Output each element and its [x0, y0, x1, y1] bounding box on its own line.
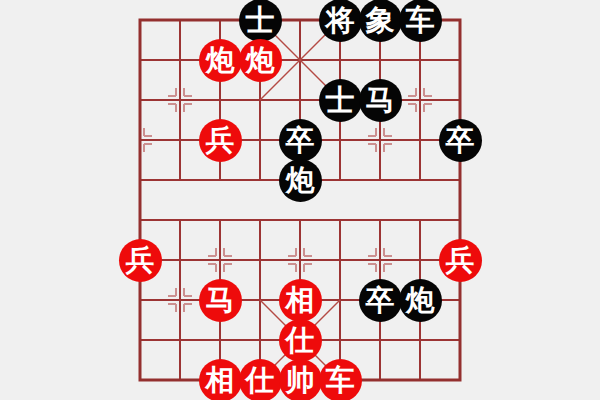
point-7-5[interactable] — [400, 200, 440, 240]
point-3-9[interactable]: 仕 — [240, 360, 280, 400]
point-2-8[interactable] — [200, 320, 240, 360]
point-3-8[interactable] — [240, 320, 280, 360]
point-1-7[interactable] — [160, 280, 200, 320]
point-1-9[interactable] — [160, 360, 200, 400]
point-8-1[interactable] — [440, 40, 480, 80]
point-4-9[interactable]: 帅 — [280, 360, 320, 400]
point-0-9[interactable] — [120, 360, 160, 400]
point-1-0[interactable] — [160, 0, 200, 40]
point-4-8[interactable]: 仕 — [280, 320, 320, 360]
red-elephant[interactable]: 相 — [199, 359, 242, 400]
point-6-8[interactable] — [360, 320, 400, 360]
point-3-2[interactable] — [240, 80, 280, 120]
black-elephant[interactable]: 象 — [359, 0, 402, 42]
point-6-1[interactable] — [360, 40, 400, 80]
point-7-2[interactable] — [400, 80, 440, 120]
point-6-5[interactable] — [360, 200, 400, 240]
point-8-4[interactable] — [440, 160, 480, 200]
red-advisor[interactable]: 仕 — [239, 359, 282, 400]
red-soldier[interactable]: 兵 — [199, 119, 242, 162]
black-horse[interactable]: 马 — [359, 79, 402, 122]
point-7-1[interactable] — [400, 40, 440, 80]
point-8-9[interactable] — [440, 360, 480, 400]
point-2-0[interactable] — [200, 0, 240, 40]
point-3-1[interactable]: 炮 — [240, 40, 280, 80]
red-general[interactable]: 帅 — [279, 359, 322, 400]
point-8-0[interactable] — [440, 0, 480, 40]
point-7-3[interactable] — [400, 120, 440, 160]
point-5-4[interactable] — [320, 160, 360, 200]
point-7-4[interactable] — [400, 160, 440, 200]
black-cannon[interactable]: 炮 — [399, 279, 442, 322]
black-soldier[interactable]: 卒 — [359, 279, 402, 322]
point-7-8[interactable] — [400, 320, 440, 360]
point-1-3[interactable] — [160, 120, 200, 160]
point-1-1[interactable] — [160, 40, 200, 80]
red-advisor[interactable]: 仕 — [279, 319, 322, 362]
point-5-6[interactable] — [320, 240, 360, 280]
point-5-9[interactable]: 车 — [320, 360, 360, 400]
point-5-3[interactable] — [320, 120, 360, 160]
point-8-5[interactable] — [440, 200, 480, 240]
point-5-1[interactable] — [320, 40, 360, 80]
point-8-8[interactable] — [440, 320, 480, 360]
point-8-7[interactable] — [440, 280, 480, 320]
point-3-4[interactable] — [240, 160, 280, 200]
point-1-8[interactable] — [160, 320, 200, 360]
point-8-3[interactable]: 卒 — [440, 120, 480, 160]
black-soldier[interactable]: 卒 — [279, 119, 322, 162]
black-cannon[interactable]: 炮 — [279, 159, 322, 202]
red-soldier[interactable]: 兵 — [439, 239, 482, 282]
point-4-1[interactable] — [280, 40, 320, 80]
point-6-6[interactable] — [360, 240, 400, 280]
point-3-6[interactable] — [240, 240, 280, 280]
red-soldier[interactable]: 兵 — [119, 239, 162, 282]
point-3-3[interactable] — [240, 120, 280, 160]
point-0-3[interactable] — [120, 120, 160, 160]
black-advisor[interactable]: 士 — [319, 79, 362, 122]
point-5-0[interactable]: 将 — [320, 0, 360, 40]
point-4-6[interactable] — [280, 240, 320, 280]
point-4-2[interactable] — [280, 80, 320, 120]
board-intersections: 士将象车炮炮士马兵卒卒炮兵兵马相卒炮仕相仕帅车 — [120, 0, 480, 400]
point-2-7[interactable]: 马 — [200, 280, 240, 320]
point-0-2[interactable] — [120, 80, 160, 120]
point-5-5[interactable] — [320, 200, 360, 240]
point-6-4[interactable] — [360, 160, 400, 200]
point-1-5[interactable] — [160, 200, 200, 240]
point-1-6[interactable] — [160, 240, 200, 280]
point-5-7[interactable] — [320, 280, 360, 320]
point-8-2[interactable] — [440, 80, 480, 120]
point-7-9[interactable] — [400, 360, 440, 400]
point-3-7[interactable] — [240, 280, 280, 320]
red-horse[interactable]: 马 — [199, 279, 242, 322]
black-advisor[interactable]: 士 — [239, 0, 282, 42]
point-2-2[interactable] — [200, 80, 240, 120]
black-general[interactable]: 将 — [319, 0, 362, 42]
point-6-3[interactable] — [360, 120, 400, 160]
red-cannon[interactable]: 炮 — [199, 39, 242, 82]
point-2-3[interactable]: 兵 — [200, 120, 240, 160]
point-0-8[interactable] — [120, 320, 160, 360]
point-4-4[interactable]: 炮 — [280, 160, 320, 200]
point-4-7[interactable]: 相 — [280, 280, 320, 320]
point-7-7[interactable]: 炮 — [400, 280, 440, 320]
point-2-6[interactable] — [200, 240, 240, 280]
point-0-6[interactable]: 兵 — [120, 240, 160, 280]
point-6-9[interactable] — [360, 360, 400, 400]
red-chariot[interactable]: 车 — [319, 359, 362, 400]
point-5-2[interactable]: 士 — [320, 80, 360, 120]
point-3-0[interactable]: 士 — [240, 0, 280, 40]
point-0-4[interactable] — [120, 160, 160, 200]
point-5-8[interactable] — [320, 320, 360, 360]
black-chariot[interactable]: 车 — [399, 0, 442, 42]
point-6-0[interactable]: 象 — [360, 0, 400, 40]
point-3-5[interactable] — [240, 200, 280, 240]
point-2-5[interactable] — [200, 200, 240, 240]
point-0-5[interactable] — [120, 200, 160, 240]
point-1-2[interactable] — [160, 80, 200, 120]
point-8-6[interactable]: 兵 — [440, 240, 480, 280]
red-elephant[interactable]: 相 — [279, 279, 322, 322]
point-2-4[interactable] — [200, 160, 240, 200]
point-6-2[interactable]: 马 — [360, 80, 400, 120]
black-soldier[interactable]: 卒 — [439, 119, 482, 162]
point-2-1[interactable]: 炮 — [200, 40, 240, 80]
point-0-7[interactable] — [120, 280, 160, 320]
point-4-0[interactable] — [280, 0, 320, 40]
point-0-1[interactable] — [120, 40, 160, 80]
xiangqi-board[interactable]: 士将象车炮炮士马兵卒卒炮兵兵马相卒炮仕相仕帅车 — [0, 0, 600, 400]
point-4-3[interactable]: 卒 — [280, 120, 320, 160]
point-4-5[interactable] — [280, 200, 320, 240]
point-7-0[interactable]: 车 — [400, 0, 440, 40]
point-7-6[interactable] — [400, 240, 440, 280]
point-1-4[interactable] — [160, 160, 200, 200]
point-6-7[interactable]: 卒 — [360, 280, 400, 320]
red-cannon[interactable]: 炮 — [239, 39, 282, 82]
point-0-0[interactable] — [120, 0, 160, 40]
point-2-9[interactable]: 相 — [200, 360, 240, 400]
